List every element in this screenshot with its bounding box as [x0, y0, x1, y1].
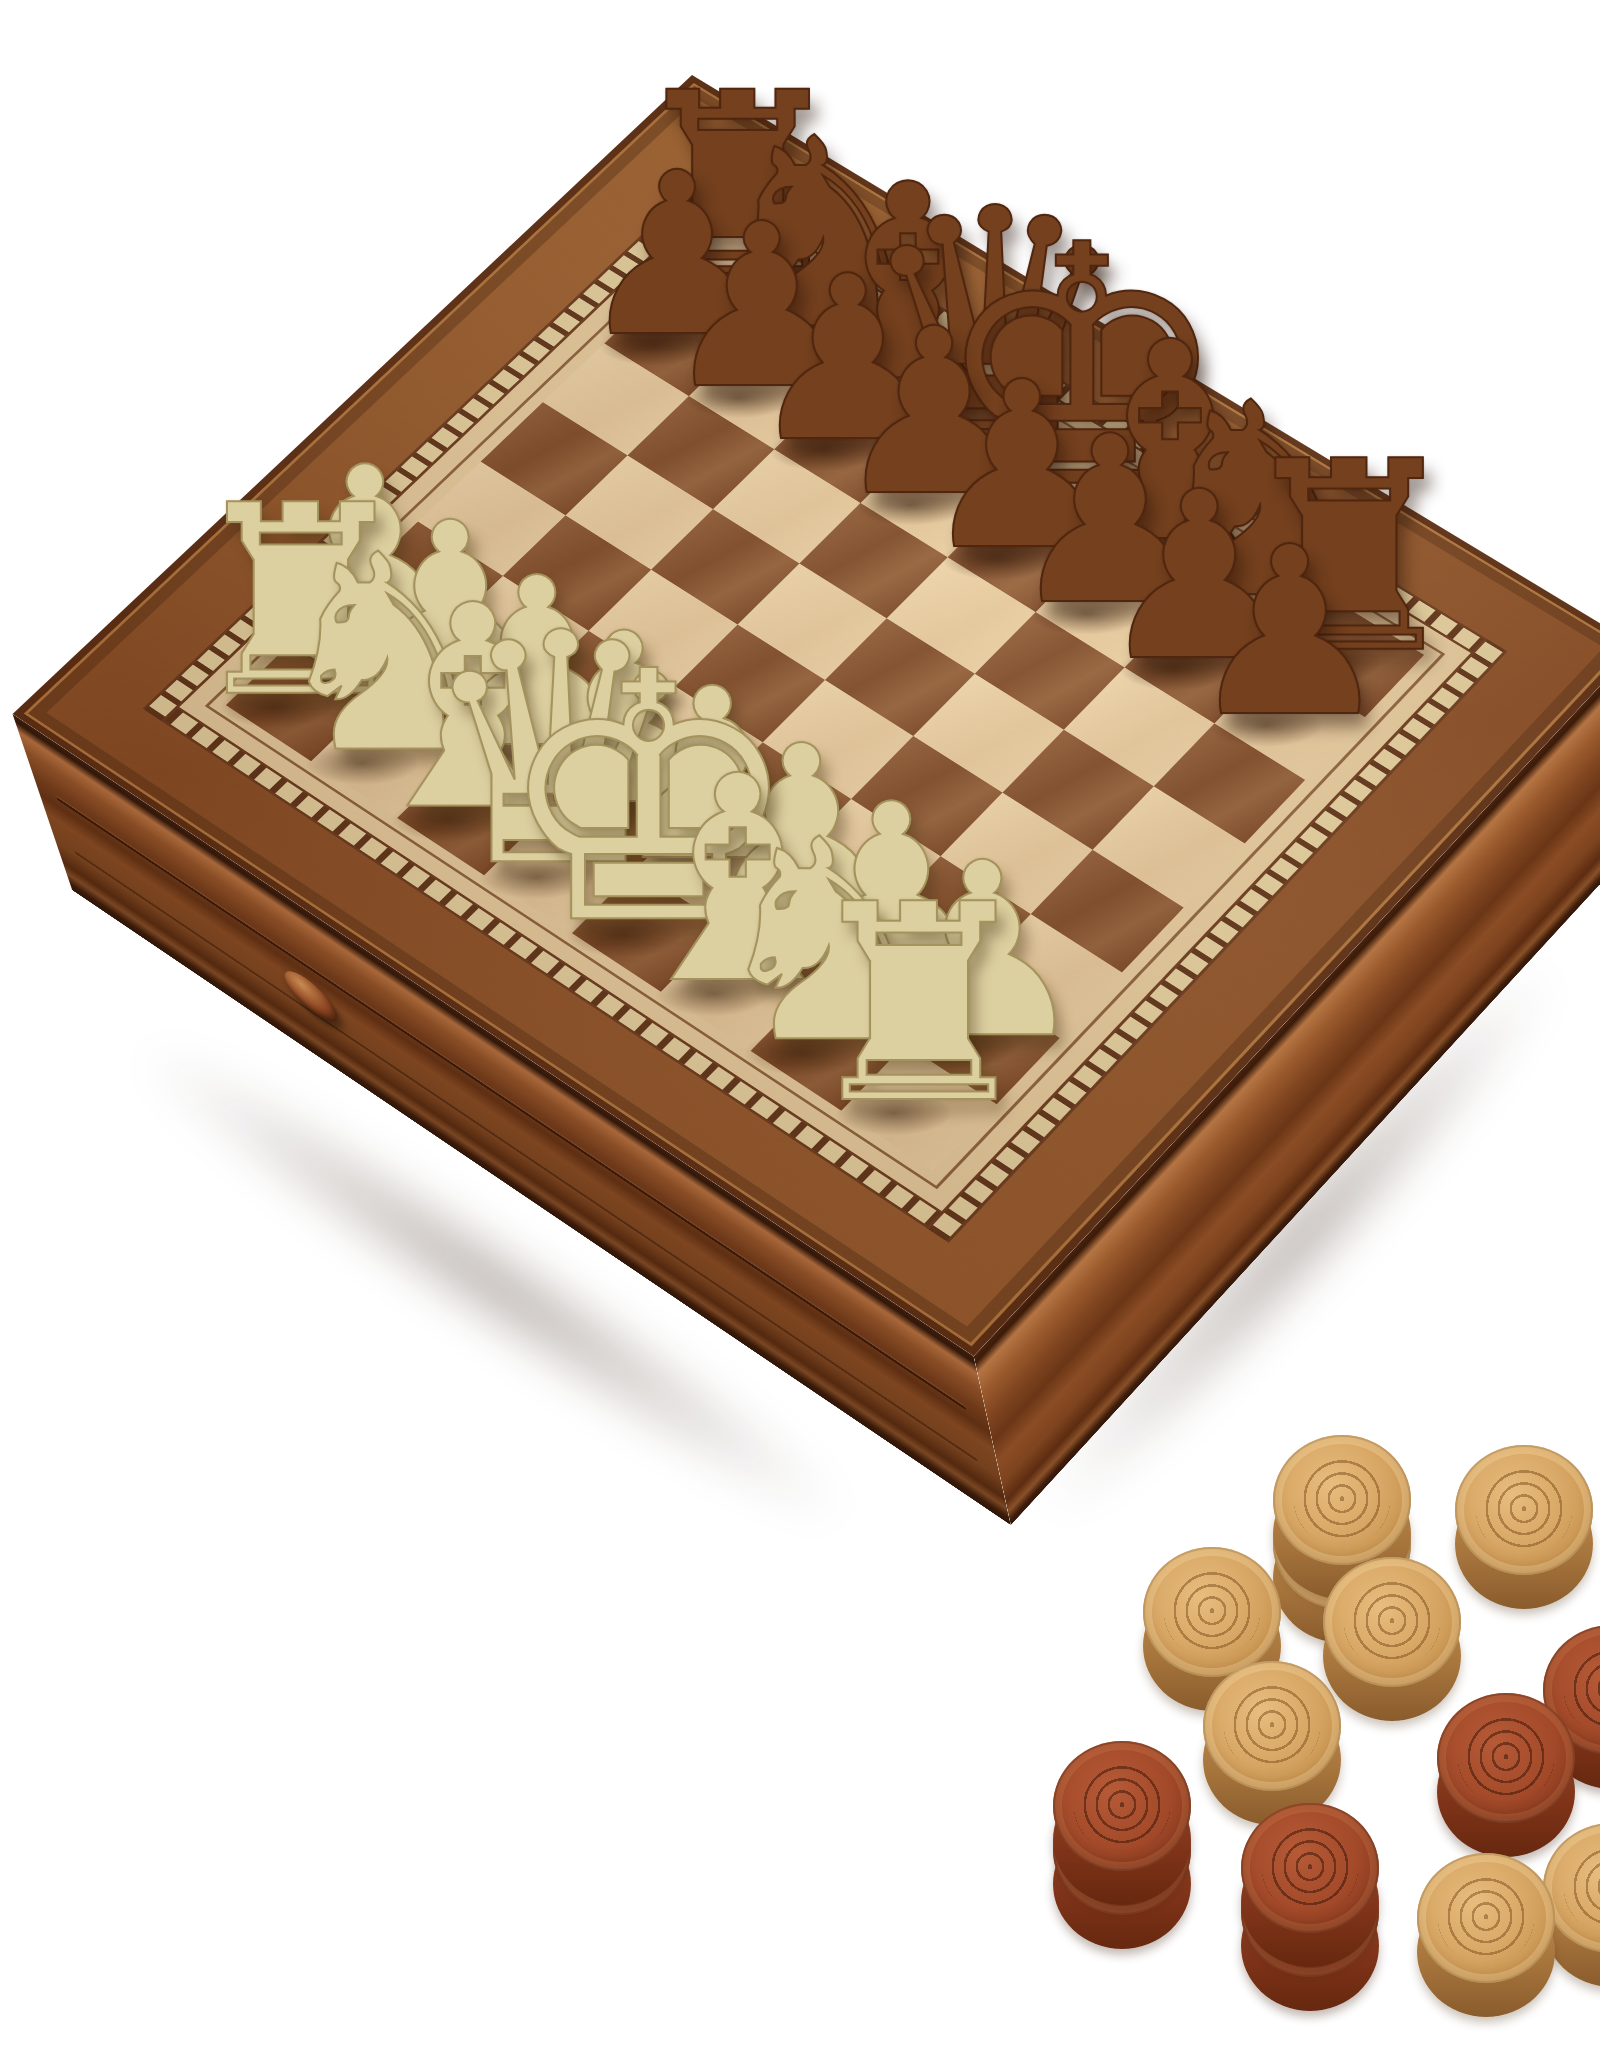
checker-face [1437, 1693, 1575, 1823]
checker-light-1[interactable] [1273, 1435, 1411, 1565]
checker-face [1323, 1557, 1461, 1687]
checker-face [1241, 1803, 1379, 1933]
black-pawn-h7[interactable]: ♟ [1185, 516, 1394, 749]
checker-face [1273, 1435, 1411, 1565]
checker-grooves [1476, 1465, 1573, 1556]
checker-light-9[interactable] [1417, 1853, 1555, 1983]
checker-light-3[interactable] [1143, 1547, 1281, 1677]
checker-light-5[interactable] [1203, 1661, 1341, 1791]
checker-grooves [1294, 1455, 1391, 1546]
checker-face [1203, 1661, 1341, 1791]
checker-dark-6[interactable] [1437, 1693, 1575, 1823]
checker-dark-7[interactable] [1053, 1741, 1191, 1871]
chess-checkers-set-photo: ♜♞♝♛♚♝♞♜♟♟♟♟♟♟♟♟♟♟♟♟♟♟♟♟♜♞♝♛♚♝♞♜ [0, 0, 1600, 2048]
checker-grooves [1344, 1577, 1441, 1668]
checker-grooves [1458, 1713, 1555, 1804]
checker-dark-8[interactable] [1241, 1803, 1379, 1933]
checker-grooves [1164, 1567, 1261, 1658]
checker-face [1053, 1741, 1191, 1871]
drawer-knob[interactable] [280, 961, 343, 1033]
checker-face [1455, 1445, 1593, 1575]
checker-light-2[interactable] [1455, 1445, 1593, 1575]
white-rook-h1[interactable]: ♜ [797, 868, 1041, 1140]
checker-face [1417, 1853, 1555, 1983]
checker-grooves [1438, 1873, 1535, 1964]
checker-grooves [1074, 1761, 1171, 1852]
square-h5[interactable] [1093, 786, 1245, 907]
checker-grooves [1564, 1843, 1600, 1934]
checker-light-4[interactable] [1323, 1557, 1461, 1687]
checker-grooves [1262, 1823, 1359, 1914]
checker-face [1143, 1547, 1281, 1677]
checker-grooves [1224, 1681, 1321, 1772]
